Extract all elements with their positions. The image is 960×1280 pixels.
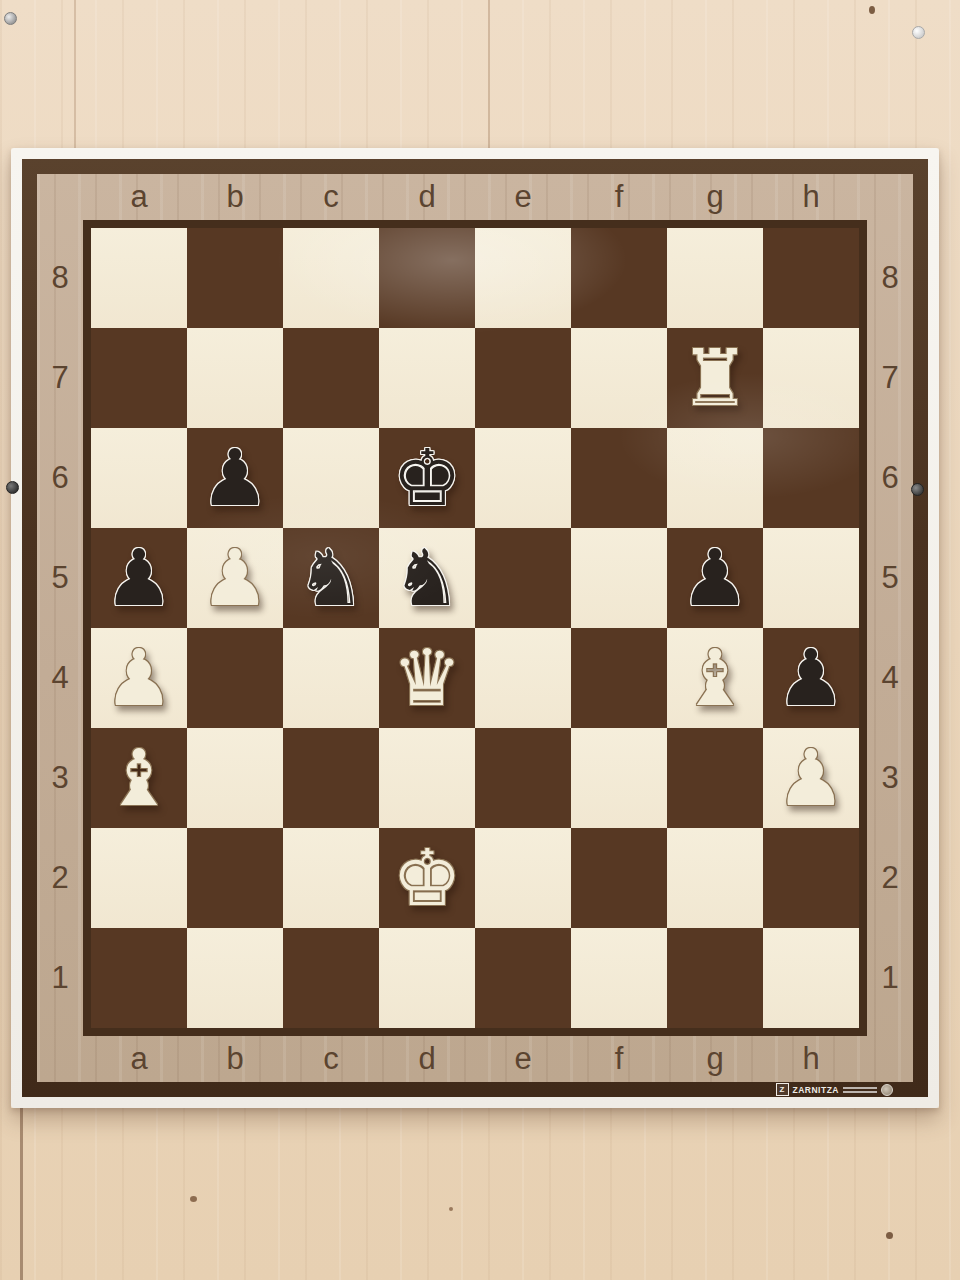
square-d2[interactable]: ♚ <box>379 828 475 928</box>
piece-white-rook[interactable]: ♜ <box>680 339 750 417</box>
square-e6[interactable] <box>475 428 571 528</box>
square-c2[interactable] <box>283 828 379 928</box>
square-f6[interactable] <box>571 428 667 528</box>
file-label-g: g <box>667 174 763 220</box>
wall-speck <box>869 6 875 14</box>
maker-badge-icon <box>881 1084 893 1096</box>
piece-white-king[interactable]: ♚ <box>392 839 462 917</box>
maker-label: Z ZARNITZA <box>776 1082 894 1097</box>
maker-fine-print <box>843 1087 877 1093</box>
piece-black-pawn[interactable]: ♟ <box>680 539 750 617</box>
board-squares-grid: ♜♟♚♟♟♞♞♟♟♛♝♟♝♟♚ <box>91 228 859 1028</box>
square-a1[interactable] <box>91 928 187 1028</box>
square-f8[interactable] <box>571 228 667 328</box>
rank-label-4: 4 <box>867 628 913 728</box>
square-g2[interactable] <box>667 828 763 928</box>
file-label-f: f <box>571 174 667 220</box>
square-d1[interactable] <box>379 928 475 1028</box>
square-h8[interactable] <box>763 228 859 328</box>
mounting-screw-icon <box>4 12 17 25</box>
square-h6[interactable] <box>763 428 859 528</box>
wall-groove <box>20 1105 23 1280</box>
square-f4[interactable] <box>571 628 667 728</box>
mounting-screw-icon <box>911 483 924 496</box>
square-c3[interactable] <box>283 728 379 828</box>
square-b3[interactable] <box>187 728 283 828</box>
file-label-a: a <box>91 174 187 220</box>
mounting-screw-icon <box>6 481 19 494</box>
square-h7[interactable] <box>763 328 859 428</box>
square-d3[interactable] <box>379 728 475 828</box>
square-e2[interactable] <box>475 828 571 928</box>
square-f1[interactable] <box>571 928 667 1028</box>
rank-labels-right: 87654321 <box>867 228 913 1028</box>
rank-label-5: 5 <box>867 528 913 628</box>
square-f5[interactable] <box>571 528 667 628</box>
piece-white-queen[interactable]: ♛ <box>392 639 462 717</box>
rank-label-2: 2 <box>867 828 913 928</box>
square-e5[interactable] <box>475 528 571 628</box>
square-a7[interactable] <box>91 328 187 428</box>
piece-white-pawn[interactable]: ♟ <box>104 639 174 717</box>
piece-black-pawn[interactable]: ♟ <box>104 539 174 617</box>
square-b7[interactable] <box>187 328 283 428</box>
square-g1[interactable] <box>667 928 763 1028</box>
rank-label-1: 1 <box>37 928 83 1028</box>
piece-white-bishop[interactable]: ♝ <box>680 639 750 717</box>
rank-label-7: 7 <box>867 328 913 428</box>
square-d8[interactable] <box>379 228 475 328</box>
square-h5[interactable] <box>763 528 859 628</box>
rank-label-2: 2 <box>37 828 83 928</box>
square-b8[interactable] <box>187 228 283 328</box>
square-a6[interactable] <box>91 428 187 528</box>
square-e8[interactable] <box>475 228 571 328</box>
square-c8[interactable] <box>283 228 379 328</box>
rank-label-6: 6 <box>37 428 83 528</box>
file-labels-top: abcdefgh <box>91 174 859 220</box>
square-g4[interactable]: ♝ <box>667 628 763 728</box>
square-b4[interactable] <box>187 628 283 728</box>
file-label-a: a <box>91 1036 187 1082</box>
file-label-d: d <box>379 174 475 220</box>
wall-groove <box>74 0 76 150</box>
piece-black-knight[interactable]: ♞ <box>296 539 366 617</box>
square-h1[interactable] <box>763 928 859 1028</box>
square-h2[interactable] <box>763 828 859 928</box>
file-label-e: e <box>475 1036 571 1082</box>
square-d4[interactable]: ♛ <box>379 628 475 728</box>
square-e1[interactable] <box>475 928 571 1028</box>
square-c1[interactable] <box>283 928 379 1028</box>
piece-white-bishop[interactable]: ♝ <box>104 739 174 817</box>
rank-label-8: 8 <box>867 228 913 328</box>
file-label-g: g <box>667 1036 763 1082</box>
square-f7[interactable] <box>571 328 667 428</box>
square-d5[interactable]: ♞ <box>379 528 475 628</box>
demonstration-chessboard: abcdefgh abcdefgh 87654321 87654321 ♜♟♚♟… <box>11 148 939 1108</box>
square-h4[interactable]: ♟ <box>763 628 859 728</box>
square-d6[interactable]: ♚ <box>379 428 475 528</box>
square-b1[interactable] <box>187 928 283 1028</box>
zarnitza-logo-icon: Z <box>776 1083 789 1096</box>
rank-label-1: 1 <box>867 928 913 1028</box>
square-b6[interactable]: ♟ <box>187 428 283 528</box>
file-label-e: e <box>475 174 571 220</box>
maker-label-text: ZARNITZA <box>793 1085 840 1095</box>
piece-black-knight[interactable]: ♞ <box>392 539 462 617</box>
square-a2[interactable] <box>91 828 187 928</box>
wall-groove <box>488 0 490 148</box>
rank-label-4: 4 <box>37 628 83 728</box>
rank-label-3: 3 <box>867 728 913 828</box>
square-b5[interactable]: ♟ <box>187 528 283 628</box>
square-e3[interactable] <box>475 728 571 828</box>
file-label-h: h <box>763 1036 859 1082</box>
square-c6[interactable] <box>283 428 379 528</box>
wall-speck <box>449 1207 453 1211</box>
square-a8[interactable] <box>91 228 187 328</box>
piece-black-king[interactable]: ♚ <box>392 439 462 517</box>
piece-white-pawn[interactable]: ♟ <box>200 539 270 617</box>
square-a5[interactable]: ♟ <box>91 528 187 628</box>
square-g7[interactable]: ♜ <box>667 328 763 428</box>
square-h3[interactable]: ♟ <box>763 728 859 828</box>
square-e7[interactable] <box>475 328 571 428</box>
file-label-h: h <box>763 174 859 220</box>
square-g5[interactable]: ♟ <box>667 528 763 628</box>
square-g3[interactable] <box>667 728 763 828</box>
file-labels-bottom: abcdefgh <box>91 1036 859 1082</box>
square-g6[interactable] <box>667 428 763 528</box>
square-g8[interactable] <box>667 228 763 328</box>
square-d7[interactable] <box>379 328 475 428</box>
wall-speck <box>190 1196 197 1202</box>
square-a3[interactable]: ♝ <box>91 728 187 828</box>
square-f3[interactable] <box>571 728 667 828</box>
file-label-c: c <box>283 174 379 220</box>
piece-black-pawn[interactable]: ♟ <box>200 439 270 517</box>
piece-white-pawn[interactable]: ♟ <box>776 739 846 817</box>
square-c5[interactable]: ♞ <box>283 528 379 628</box>
mounting-screw-icon <box>912 26 925 39</box>
rank-label-7: 7 <box>37 328 83 428</box>
square-f2[interactable] <box>571 828 667 928</box>
rank-labels-left: 87654321 <box>37 228 83 1028</box>
file-label-b: b <box>187 1036 283 1082</box>
photo-of-wall-chessboard: { "game": "chess", "scene": "wall-mounte… <box>0 0 960 1280</box>
square-c7[interactable] <box>283 328 379 428</box>
rank-label-5: 5 <box>37 528 83 628</box>
square-b2[interactable] <box>187 828 283 928</box>
square-a4[interactable]: ♟ <box>91 628 187 728</box>
file-label-c: c <box>283 1036 379 1082</box>
file-label-d: d <box>379 1036 475 1082</box>
file-label-f: f <box>571 1036 667 1082</box>
piece-black-pawn[interactable]: ♟ <box>776 639 846 717</box>
square-e4[interactable] <box>475 628 571 728</box>
rank-label-6: 6 <box>867 428 913 528</box>
wall-speck <box>886 1232 893 1239</box>
rank-label-8: 8 <box>37 228 83 328</box>
square-c4[interactable] <box>283 628 379 728</box>
file-label-b: b <box>187 174 283 220</box>
rank-label-3: 3 <box>37 728 83 828</box>
